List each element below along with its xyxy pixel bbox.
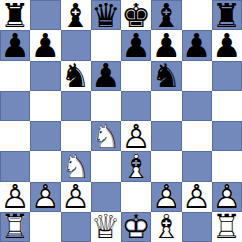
piece-glyph-outline: ♖ <box>0 212 30 242</box>
square-e6[interactable] <box>121 61 151 91</box>
white-bishop-piece[interactable]: ♝♗ <box>151 212 181 242</box>
piece-glyph-outline: ♙ <box>61 182 91 212</box>
square-g5[interactable] <box>182 91 212 121</box>
square-a6[interactable] <box>0 61 30 91</box>
black-pawn-piece[interactable]: ♟ <box>30 30 60 60</box>
square-h5[interactable] <box>212 91 242 121</box>
square-h7[interactable]: ♟ <box>212 30 242 60</box>
black-pawn-piece[interactable]: ♟ <box>0 30 30 60</box>
square-b2[interactable]: ♟♙ <box>30 182 60 212</box>
black-pawn-piece[interactable]: ♟ <box>91 61 121 91</box>
square-b6[interactable] <box>30 61 60 91</box>
square-g7[interactable]: ♟ <box>182 30 212 60</box>
square-g6[interactable] <box>182 61 212 91</box>
square-a1[interactable]: ♜♖ <box>0 212 30 242</box>
square-g1[interactable] <box>182 212 212 242</box>
white-bishop-piece[interactable]: ♝♗ <box>121 151 151 181</box>
black-pawn-piece[interactable]: ♟ <box>182 30 212 60</box>
white-king-piece[interactable]: ♚♔ <box>121 212 151 242</box>
square-c6[interactable]: ♞ <box>61 61 91 91</box>
square-h1[interactable]: ♜♖ <box>212 212 242 242</box>
black-knight-piece[interactable]: ♞ <box>151 61 181 91</box>
square-b4[interactable] <box>30 121 60 151</box>
piece-glyph-outline: ♗ <box>151 212 181 242</box>
piece-glyph: ♟ <box>212 30 242 60</box>
piece-glyph: ♟ <box>0 30 30 60</box>
square-g4[interactable] <box>182 121 212 151</box>
square-f5[interactable] <box>151 91 181 121</box>
square-d6[interactable]: ♟ <box>91 61 121 91</box>
black-pawn-piece[interactable]: ♟ <box>212 30 242 60</box>
piece-glyph: ♝ <box>61 0 91 30</box>
square-a7[interactable]: ♟ <box>0 30 30 60</box>
square-h6[interactable] <box>212 61 242 91</box>
piece-glyph-outline: ♙ <box>30 182 60 212</box>
piece-glyph-outline: ♘ <box>91 121 121 151</box>
square-c2[interactable]: ♟♙ <box>61 182 91 212</box>
square-d1[interactable]: ♛♕ <box>91 212 121 242</box>
square-f1[interactable]: ♝♗ <box>151 212 181 242</box>
chess-board: ♜♝♛♚♝♜♟♟♟♟♟♟♞♟♞♞♘♟♙♞♘♝♗♟♙♟♙♟♙♟♙♟♙♟♙♜♖♛♕♚… <box>0 0 242 242</box>
piece-glyph-outline: ♖ <box>212 212 242 242</box>
square-b7[interactable]: ♟ <box>30 30 60 60</box>
piece-glyph-outline: ♕ <box>91 212 121 242</box>
piece-glyph: ♛ <box>91 0 121 30</box>
white-queen-piece[interactable]: ♛♕ <box>91 212 121 242</box>
piece-glyph-outline: ♙ <box>182 182 212 212</box>
piece-glyph: ♞ <box>61 61 91 91</box>
piece-glyph: ♞ <box>151 61 181 91</box>
black-knight-piece[interactable]: ♞ <box>61 61 91 91</box>
square-f6[interactable]: ♞ <box>151 61 181 91</box>
piece-glyph-outline: ♗ <box>121 151 151 181</box>
square-b1[interactable] <box>30 212 60 242</box>
square-g2[interactable]: ♟♙ <box>182 182 212 212</box>
white-rook-piece[interactable]: ♜♖ <box>0 212 30 242</box>
square-c5[interactable] <box>61 91 91 121</box>
white-rook-piece[interactable]: ♜♖ <box>212 212 242 242</box>
black-pawn-piece[interactable]: ♟ <box>121 30 151 60</box>
piece-glyph-outline: ♔ <box>121 212 151 242</box>
square-c1[interactable] <box>61 212 91 242</box>
square-h4[interactable] <box>212 121 242 151</box>
piece-glyph: ♟ <box>121 30 151 60</box>
square-d3[interactable] <box>91 151 121 181</box>
piece-glyph: ♟ <box>30 30 60 60</box>
white-knight-piece[interactable]: ♞♘ <box>91 121 121 151</box>
square-a5[interactable] <box>0 91 30 121</box>
square-a4[interactable] <box>0 121 30 151</box>
square-e1[interactable]: ♚♔ <box>121 212 151 242</box>
piece-glyph: ♟ <box>91 61 121 91</box>
chess-board-container: ♜♝♛♚♝♜♟♟♟♟♟♟♞♟♞♞♘♟♙♞♘♝♗♟♙♟♙♟♙♟♙♟♙♟♙♜♖♛♕♚… <box>0 0 242 242</box>
piece-glyph: ♟ <box>182 30 212 60</box>
white-pawn-piece[interactable]: ♟♙ <box>61 182 91 212</box>
square-e3[interactable]: ♝♗ <box>121 151 151 181</box>
black-queen-piece[interactable]: ♛ <box>91 0 121 30</box>
square-d8[interactable]: ♛ <box>91 0 121 30</box>
square-e7[interactable]: ♟ <box>121 30 151 60</box>
black-bishop-piece[interactable]: ♝ <box>61 0 91 30</box>
square-c8[interactable]: ♝ <box>61 0 91 30</box>
white-pawn-piece[interactable]: ♟♙ <box>182 182 212 212</box>
square-b5[interactable] <box>30 91 60 121</box>
square-d4[interactable]: ♞♘ <box>91 121 121 151</box>
square-f4[interactable] <box>151 121 181 151</box>
white-pawn-piece[interactable]: ♟♙ <box>30 182 60 212</box>
